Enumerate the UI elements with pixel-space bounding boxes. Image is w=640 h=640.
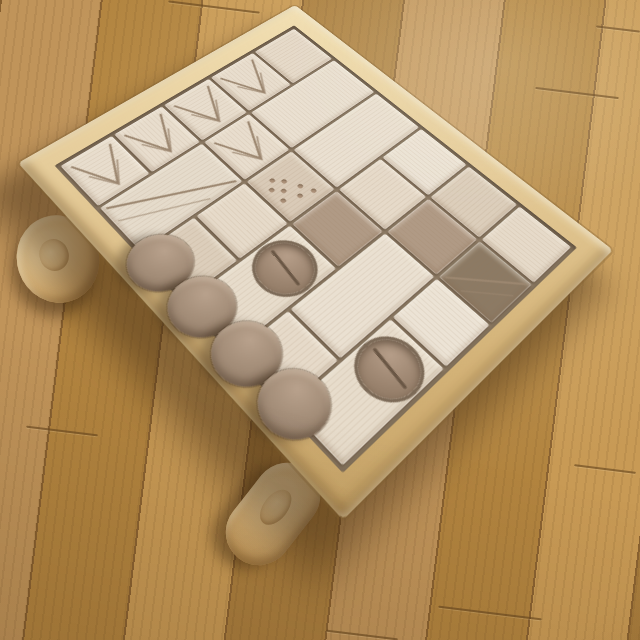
drilled-dot xyxy=(280,188,287,194)
drilled-dot xyxy=(310,188,317,194)
drilled-dot xyxy=(279,198,287,204)
block-wagon-tray xyxy=(18,5,613,520)
cylinder-slot xyxy=(372,348,407,390)
drilled-dot xyxy=(296,193,303,199)
drilled-dot xyxy=(280,178,287,184)
drilled-dot xyxy=(269,178,276,184)
cylinder-slot xyxy=(271,250,301,286)
scene xyxy=(0,0,640,640)
drilled-dot xyxy=(268,187,275,193)
drilled-dot xyxy=(297,183,304,189)
tray-interior xyxy=(54,25,576,473)
